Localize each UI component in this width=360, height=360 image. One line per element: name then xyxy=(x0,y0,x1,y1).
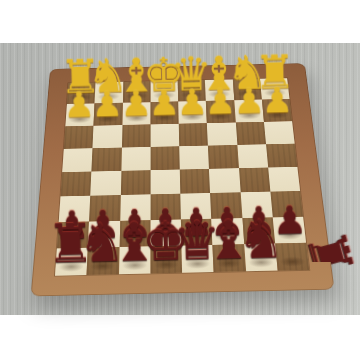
piece-shadow xyxy=(122,233,147,243)
square-r0-c2: ♝ xyxy=(123,81,151,103)
square-r0-c6: ♞ xyxy=(232,79,261,101)
square-r3-c4 xyxy=(179,145,209,169)
square-r2-c1 xyxy=(93,125,122,148)
square-r5-c2 xyxy=(120,195,151,221)
piece-shadow xyxy=(58,261,84,272)
square-r5-c7 xyxy=(270,191,303,217)
square-r5-c0 xyxy=(59,196,91,222)
piece-shadow xyxy=(70,93,93,101)
square-r2-c7 xyxy=(264,121,295,144)
board-scene: ♜♞♝♚♛♝♞♜♟♟♟♟♟♟♟♟♟♟♟♟♟♟♟♟♜♞♝♚♛♝♞♜ xyxy=(0,0,360,360)
square-r5-c4 xyxy=(180,193,211,219)
piece-shadow xyxy=(216,258,242,269)
square-r1-c5: ♟ xyxy=(206,100,235,122)
piece-shadow xyxy=(91,234,116,244)
square-r6-c7: ♟ xyxy=(273,216,307,243)
square-r3-c0 xyxy=(62,148,92,172)
square-r1-c6: ♟ xyxy=(234,100,264,122)
square-r3-c3 xyxy=(150,146,179,170)
piece-shadow xyxy=(248,257,274,268)
square-r5-c1 xyxy=(89,195,120,221)
square-r6-c0: ♟ xyxy=(57,221,89,248)
photo-stage: ♜♞♝♚♛♝♞♜♟♟♟♟♟♟♟♟♟♟♟♟♟♟♟♟♜♞♝♚♛♝♞♜ xyxy=(0,0,360,360)
square-r0-c5: ♝ xyxy=(205,79,234,101)
chess-board-frame: ♜♞♝♚♛♝♞♜♟♟♟♟♟♟♟♟♟♟♟♟♟♟♟♟♜♞♝♚♛♝♞♜ xyxy=(31,63,335,296)
square-r4-c6 xyxy=(239,168,271,193)
square-r7-c6: ♞ xyxy=(244,243,278,271)
piece-shadow xyxy=(279,256,306,267)
square-r7-c1: ♞ xyxy=(87,247,119,275)
piece-shadow xyxy=(153,113,176,122)
square-r5-c6 xyxy=(240,192,272,218)
square-r1-c0: ♟ xyxy=(65,104,94,126)
piece-shadow xyxy=(237,111,260,120)
square-r0-c0: ♜ xyxy=(67,83,96,105)
square-r1-c4: ♟ xyxy=(178,101,207,123)
piece-shadow xyxy=(68,115,91,124)
square-r6-c2: ♟ xyxy=(119,220,150,247)
square-r4-c3 xyxy=(150,170,180,195)
square-r0-c3: ♚ xyxy=(150,81,178,103)
piece-shadow xyxy=(60,234,86,244)
piece-shadow xyxy=(263,89,286,97)
square-r7-c4: ♛ xyxy=(181,245,213,273)
square-r2-c5 xyxy=(207,122,237,145)
square-r5-c3 xyxy=(150,194,181,220)
red-rook: ♜ xyxy=(298,225,360,285)
square-r6-c6: ♟ xyxy=(242,217,275,244)
square-r6-c3: ♟ xyxy=(150,219,181,246)
square-r2-c0 xyxy=(64,125,94,148)
piece-shadow xyxy=(125,92,147,100)
piece-shadow xyxy=(184,232,209,242)
piece-shadow xyxy=(246,230,272,240)
square-r7-c5: ♝ xyxy=(213,244,246,272)
piece-shadow xyxy=(209,111,232,120)
square-r2-c6 xyxy=(235,122,265,145)
square-r4-c2 xyxy=(120,170,150,195)
chess-board: ♜♞♝♚♛♝♞♜♟♟♟♟♟♟♟♟♟♟♟♟♟♟♟♟♜♞♝♚♛♝♞♜ xyxy=(55,78,309,276)
square-r4-c0 xyxy=(60,172,91,197)
square-r6-c5: ♟ xyxy=(211,218,243,245)
square-r7-c2: ♝ xyxy=(119,246,151,274)
square-r3-c5 xyxy=(208,145,238,169)
square-r1-c2: ♟ xyxy=(122,102,150,124)
piece-shadow xyxy=(153,232,178,242)
piece-shadow xyxy=(90,261,116,272)
piece-shadow xyxy=(153,91,175,99)
piece-shadow xyxy=(236,89,259,97)
square-r3-c2 xyxy=(121,147,150,171)
square-r4-c5 xyxy=(209,168,240,193)
piece-shadow xyxy=(185,258,211,269)
square-r1-c7: ♟ xyxy=(262,99,292,121)
square-r7-c3: ♚ xyxy=(150,245,182,273)
square-r3-c7 xyxy=(266,143,298,167)
piece-shadow xyxy=(265,110,289,119)
square-r4-c4 xyxy=(180,169,211,194)
square-r6-c1: ♟ xyxy=(88,221,120,248)
square-r0-c4: ♛ xyxy=(178,80,206,102)
piece-shadow xyxy=(277,230,303,240)
square-r0-c1: ♞ xyxy=(95,82,123,104)
square-r7-c7: ♜ xyxy=(275,243,309,271)
piece-shadow xyxy=(153,259,179,270)
square-r5-c5 xyxy=(210,192,242,218)
square-r0-c7: ♜ xyxy=(260,78,290,100)
square-r3-c1 xyxy=(92,147,122,171)
square-r6-c4: ♟ xyxy=(181,218,213,245)
piece-shadow xyxy=(208,90,231,98)
piece-shadow xyxy=(215,231,241,241)
piece-shadow xyxy=(181,112,204,121)
square-r7-c0: ♜ xyxy=(55,248,88,276)
piece-shadow xyxy=(97,114,120,123)
square-r3-c6 xyxy=(237,144,268,168)
square-r1-c3: ♟ xyxy=(150,102,178,124)
square-r2-c3 xyxy=(150,123,179,146)
square-r1-c1: ♟ xyxy=(94,103,123,125)
square-r4-c7 xyxy=(268,167,300,192)
square-r4-c1 xyxy=(90,171,121,196)
piece-shadow xyxy=(122,260,148,271)
piece-shadow xyxy=(125,113,148,122)
square-r2-c4 xyxy=(179,123,208,146)
piece-shadow xyxy=(181,91,204,99)
piece-shadow xyxy=(98,92,121,100)
square-r2-c2 xyxy=(122,124,151,147)
